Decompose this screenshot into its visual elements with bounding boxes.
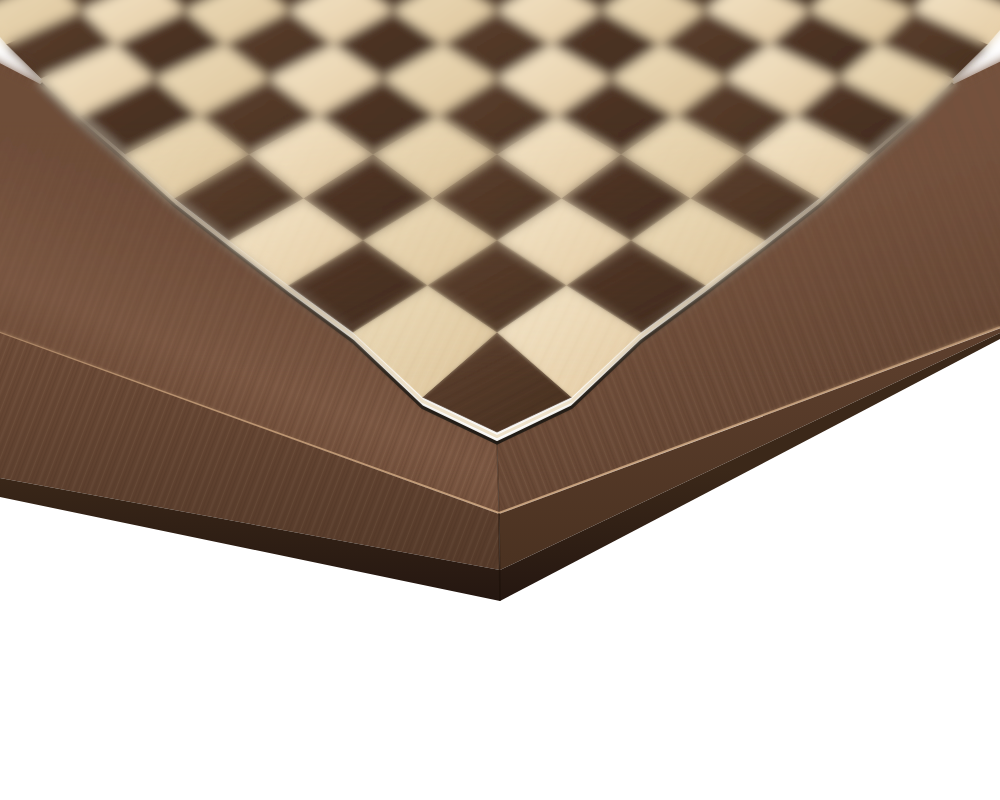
side-miter-seam bbox=[499, 513, 500, 601]
chessboard-corner-photo bbox=[0, 0, 1000, 800]
product-photo-stage bbox=[0, 0, 1000, 800]
